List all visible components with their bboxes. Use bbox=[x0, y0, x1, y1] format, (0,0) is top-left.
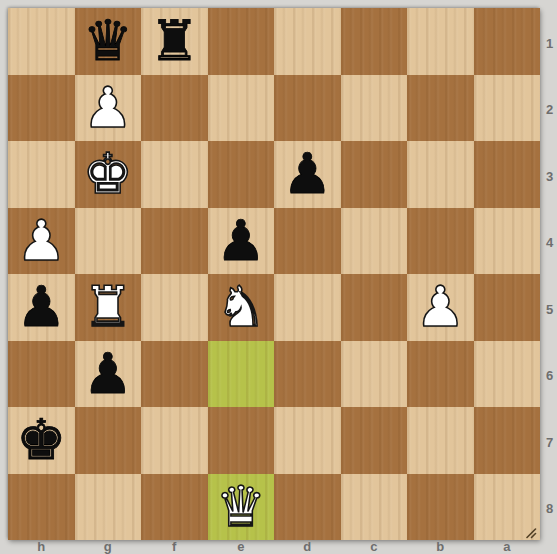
square-b6[interactable] bbox=[407, 341, 474, 408]
file-label-h: h bbox=[8, 539, 75, 554]
square-g1[interactable]: ♛ bbox=[75, 8, 142, 75]
piece-black-pawn[interactable]: ♟ bbox=[208, 208, 275, 275]
square-c4[interactable] bbox=[341, 208, 408, 275]
square-b5[interactable]: ♟ bbox=[407, 274, 474, 341]
square-c3[interactable] bbox=[341, 141, 408, 208]
rank-label-4: 4 bbox=[542, 208, 557, 275]
square-c1[interactable] bbox=[341, 8, 408, 75]
square-d2[interactable] bbox=[274, 75, 341, 142]
square-f4[interactable] bbox=[141, 208, 208, 275]
square-f6[interactable] bbox=[141, 341, 208, 408]
square-h2[interactable] bbox=[8, 75, 75, 142]
piece-black-king[interactable]: ♚ bbox=[8, 407, 75, 474]
square-d8[interactable] bbox=[274, 474, 341, 541]
square-d6[interactable] bbox=[274, 341, 341, 408]
square-g8[interactable] bbox=[75, 474, 142, 541]
square-h8[interactable] bbox=[8, 474, 75, 541]
board-frame: ♛♜♟♚♟♟♟♟♜♞♟♟♚♛ bbox=[8, 8, 540, 540]
file-label-c: c bbox=[341, 539, 408, 554]
square-b8[interactable] bbox=[407, 474, 474, 541]
square-a5[interactable] bbox=[474, 274, 541, 341]
piece-black-rook[interactable]: ♜ bbox=[141, 8, 208, 75]
square-e8[interactable]: ♛ bbox=[208, 474, 275, 541]
piece-white-knight[interactable]: ♞ bbox=[208, 274, 275, 341]
square-e7[interactable] bbox=[208, 407, 275, 474]
square-h6[interactable] bbox=[8, 341, 75, 408]
rank-label-1: 1 bbox=[542, 8, 557, 75]
file-label-d: d bbox=[274, 539, 341, 554]
square-c6[interactable] bbox=[341, 341, 408, 408]
square-d4[interactable] bbox=[274, 208, 341, 275]
square-b2[interactable] bbox=[407, 75, 474, 142]
square-e3[interactable] bbox=[208, 141, 275, 208]
square-g6[interactable]: ♟ bbox=[75, 341, 142, 408]
piece-black-pawn[interactable]: ♟ bbox=[274, 141, 341, 208]
square-g7[interactable] bbox=[75, 407, 142, 474]
file-label-g: g bbox=[75, 539, 142, 554]
square-f2[interactable] bbox=[141, 75, 208, 142]
resize-grip-icon[interactable] bbox=[525, 525, 537, 537]
piece-white-pawn[interactable]: ♟ bbox=[407, 274, 474, 341]
rank-label-7: 7 bbox=[542, 407, 557, 474]
piece-black-queen[interactable]: ♛ bbox=[75, 8, 142, 75]
square-h5[interactable]: ♟ bbox=[8, 274, 75, 341]
square-h4[interactable]: ♟ bbox=[8, 208, 75, 275]
square-d3[interactable]: ♟ bbox=[274, 141, 341, 208]
square-c5[interactable] bbox=[341, 274, 408, 341]
square-a3[interactable] bbox=[474, 141, 541, 208]
square-c8[interactable] bbox=[341, 474, 408, 541]
piece-white-pawn[interactable]: ♟ bbox=[75, 75, 142, 142]
file-label-b: b bbox=[407, 539, 474, 554]
piece-black-pawn[interactable]: ♟ bbox=[75, 341, 142, 408]
piece-black-pawn[interactable]: ♟ bbox=[8, 274, 75, 341]
file-label-a: a bbox=[474, 539, 541, 554]
square-c7[interactable] bbox=[341, 407, 408, 474]
rank-label-3: 3 bbox=[542, 141, 557, 208]
rank-label-6: 6 bbox=[542, 341, 557, 408]
square-h3[interactable] bbox=[8, 141, 75, 208]
rank-label-8: 8 bbox=[542, 474, 557, 541]
square-g3[interactable]: ♚ bbox=[75, 141, 142, 208]
piece-white-rook[interactable]: ♜ bbox=[75, 274, 142, 341]
piece-white-queen[interactable]: ♛ bbox=[208, 474, 275, 541]
chessboard-panel: ♛♜♟♚♟♟♟♟♜♞♟♟♚♛ 12345678 hgfedcba bbox=[0, 0, 557, 554]
square-g4[interactable] bbox=[75, 208, 142, 275]
square-h7[interactable]: ♚ bbox=[8, 407, 75, 474]
rank-label-5: 5 bbox=[542, 274, 557, 341]
square-a7[interactable] bbox=[474, 407, 541, 474]
square-e4[interactable]: ♟ bbox=[208, 208, 275, 275]
square-e6[interactable] bbox=[208, 341, 275, 408]
piece-white-king[interactable]: ♚ bbox=[75, 141, 142, 208]
square-a2[interactable] bbox=[474, 75, 541, 142]
square-h1[interactable] bbox=[8, 8, 75, 75]
square-e5[interactable]: ♞ bbox=[208, 274, 275, 341]
square-a6[interactable] bbox=[474, 341, 541, 408]
chess-board: ♛♜♟♚♟♟♟♟♜♞♟♟♚♛ bbox=[8, 8, 540, 540]
rank-label-2: 2 bbox=[542, 75, 557, 142]
square-g5[interactable]: ♜ bbox=[75, 274, 142, 341]
square-g2[interactable]: ♟ bbox=[75, 75, 142, 142]
square-f5[interactable] bbox=[141, 274, 208, 341]
rank-labels: 12345678 bbox=[542, 8, 557, 540]
square-f8[interactable] bbox=[141, 474, 208, 541]
square-d1[interactable] bbox=[274, 8, 341, 75]
file-labels: hgfedcba bbox=[8, 539, 540, 554]
square-f7[interactable] bbox=[141, 407, 208, 474]
square-e2[interactable] bbox=[208, 75, 275, 142]
square-b4[interactable] bbox=[407, 208, 474, 275]
square-d5[interactable] bbox=[274, 274, 341, 341]
file-label-e: e bbox=[208, 539, 275, 554]
square-f3[interactable] bbox=[141, 141, 208, 208]
piece-white-pawn[interactable]: ♟ bbox=[8, 208, 75, 275]
square-b1[interactable] bbox=[407, 8, 474, 75]
file-label-f: f bbox=[141, 539, 208, 554]
square-d7[interactable] bbox=[274, 407, 341, 474]
square-b3[interactable] bbox=[407, 141, 474, 208]
square-f1[interactable]: ♜ bbox=[141, 8, 208, 75]
square-e1[interactable] bbox=[208, 8, 275, 75]
square-a1[interactable] bbox=[474, 8, 541, 75]
square-c2[interactable] bbox=[341, 75, 408, 142]
square-b7[interactable] bbox=[407, 407, 474, 474]
square-a4[interactable] bbox=[474, 208, 541, 275]
